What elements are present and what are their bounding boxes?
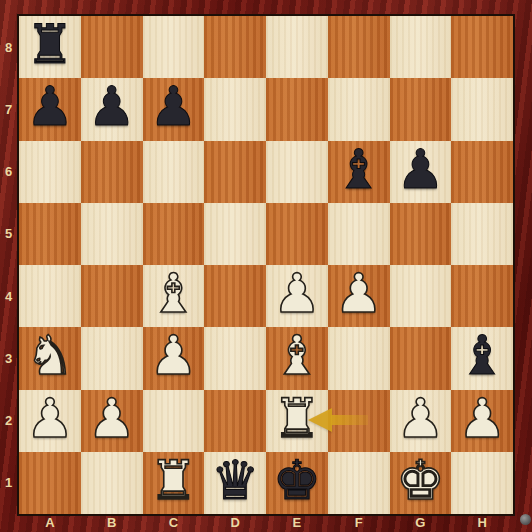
square-b4[interactable] xyxy=(81,265,143,327)
square-h8[interactable] xyxy=(451,16,513,78)
file-label: A xyxy=(19,513,81,532)
square-c6[interactable] xyxy=(143,141,205,203)
square-b8[interactable] xyxy=(81,16,143,78)
square-b1[interactable] xyxy=(81,452,143,514)
piece-white-pawn[interactable]: ♟ xyxy=(396,392,444,446)
square-a8[interactable]: ♜ xyxy=(19,16,81,78)
rank-label: 2 xyxy=(0,390,17,452)
square-d4[interactable] xyxy=(204,265,266,327)
piece-white-rook[interactable]: ♜ xyxy=(273,392,321,446)
square-g6[interactable]: ♟ xyxy=(390,141,452,203)
square-h1[interactable] xyxy=(451,452,513,514)
square-f4[interactable]: ♟ xyxy=(328,265,390,327)
square-b5[interactable] xyxy=(81,203,143,265)
rank-label: 6 xyxy=(0,141,17,203)
square-h3[interactable]: ♝ xyxy=(451,327,513,389)
rank-label: 5 xyxy=(0,203,17,265)
piece-black-bishop[interactable]: ♝ xyxy=(334,143,382,197)
square-a3[interactable]: ♞ xyxy=(19,327,81,389)
piece-white-rook[interactable]: ♜ xyxy=(149,454,197,508)
square-e4[interactable]: ♟ xyxy=(266,265,328,327)
piece-black-pawn[interactable]: ♟ xyxy=(87,80,135,134)
file-label: B xyxy=(81,513,143,532)
rank-label: 4 xyxy=(0,265,17,327)
square-a6[interactable] xyxy=(19,141,81,203)
piece-white-knight[interactable]: ♞ xyxy=(26,329,74,383)
piece-black-queen[interactable]: ♛ xyxy=(211,454,259,508)
file-label: D xyxy=(204,513,266,532)
square-c2[interactable] xyxy=(143,390,205,452)
square-f2[interactable] xyxy=(328,390,390,452)
piece-white-bishop[interactable]: ♝ xyxy=(149,267,197,321)
square-a7[interactable]: ♟ xyxy=(19,78,81,140)
piece-black-rook[interactable]: ♜ xyxy=(26,18,74,72)
square-a2[interactable]: ♟ xyxy=(19,390,81,452)
chess-app-window: 87654321 ♜♟♟♟♝♟♝♟♟♞♟♝♝♟♟♜♟♟♜♛♚♚ ABCDEFGH xyxy=(0,0,532,532)
square-a4[interactable] xyxy=(19,265,81,327)
square-b2[interactable]: ♟ xyxy=(81,390,143,452)
square-h6[interactable] xyxy=(451,141,513,203)
piece-white-pawn[interactable]: ♟ xyxy=(273,267,321,321)
square-d1[interactable]: ♛ xyxy=(204,452,266,514)
square-c4[interactable]: ♝ xyxy=(143,265,205,327)
square-a5[interactable] xyxy=(19,203,81,265)
square-c5[interactable] xyxy=(143,203,205,265)
piece-white-bishop[interactable]: ♝ xyxy=(273,329,321,383)
square-f5[interactable] xyxy=(328,203,390,265)
piece-black-pawn[interactable]: ♟ xyxy=(26,80,74,134)
square-f6[interactable]: ♝ xyxy=(328,141,390,203)
square-d7[interactable] xyxy=(204,78,266,140)
square-g2[interactable]: ♟ xyxy=(390,390,452,452)
square-c1[interactable]: ♜ xyxy=(143,452,205,514)
square-f1[interactable] xyxy=(328,452,390,514)
file-labels: ABCDEFGH xyxy=(19,513,513,532)
piece-white-pawn[interactable]: ♟ xyxy=(149,329,197,383)
square-g7[interactable] xyxy=(390,78,452,140)
rank-label: 8 xyxy=(0,16,17,78)
square-e1[interactable]: ♚ xyxy=(266,452,328,514)
square-d5[interactable] xyxy=(204,203,266,265)
piece-white-pawn[interactable]: ♟ xyxy=(334,267,382,321)
square-h4[interactable] xyxy=(451,265,513,327)
square-g8[interactable] xyxy=(390,16,452,78)
piece-white-pawn[interactable]: ♟ xyxy=(26,392,74,446)
board-frame: ♜♟♟♟♝♟♝♟♟♞♟♝♝♟♟♜♟♟♜♛♚♚ xyxy=(17,14,515,516)
square-d2[interactable] xyxy=(204,390,266,452)
square-h7[interactable] xyxy=(451,78,513,140)
square-b3[interactable] xyxy=(81,327,143,389)
square-f7[interactable] xyxy=(328,78,390,140)
square-g1[interactable]: ♚ xyxy=(390,452,452,514)
square-g3[interactable] xyxy=(390,327,452,389)
chess-board: ♜♟♟♟♝♟♝♟♟♞♟♝♝♟♟♜♟♟♜♛♚♚ xyxy=(19,16,513,514)
square-a1[interactable] xyxy=(19,452,81,514)
file-label: F xyxy=(328,513,390,532)
square-c3[interactable]: ♟ xyxy=(143,327,205,389)
square-d6[interactable] xyxy=(204,141,266,203)
piece-black-pawn[interactable]: ♟ xyxy=(149,80,197,134)
file-label: H xyxy=(451,513,513,532)
rank-label: 3 xyxy=(0,327,17,389)
square-h2[interactable]: ♟ xyxy=(451,390,513,452)
square-e5[interactable] xyxy=(266,203,328,265)
corner-dot xyxy=(520,514,531,525)
square-f8[interactable] xyxy=(328,16,390,78)
square-h5[interactable] xyxy=(451,203,513,265)
square-b6[interactable] xyxy=(81,141,143,203)
piece-black-bishop[interactable]: ♝ xyxy=(458,329,506,383)
square-g5[interactable] xyxy=(390,203,452,265)
piece-white-pawn[interactable]: ♟ xyxy=(458,392,506,446)
square-c7[interactable]: ♟ xyxy=(143,78,205,140)
square-d3[interactable] xyxy=(204,327,266,389)
square-e6[interactable] xyxy=(266,141,328,203)
file-label: G xyxy=(390,513,452,532)
square-e2[interactable]: ♜ xyxy=(266,390,328,452)
square-c8[interactable] xyxy=(143,16,205,78)
square-f3[interactable] xyxy=(328,327,390,389)
square-d8[interactable] xyxy=(204,16,266,78)
piece-black-king[interactable]: ♚ xyxy=(273,454,321,508)
rank-labels: 87654321 xyxy=(0,16,17,514)
file-label: C xyxy=(143,513,205,532)
rank-label: 1 xyxy=(0,452,17,514)
piece-white-pawn[interactable]: ♟ xyxy=(87,392,135,446)
square-g4[interactable] xyxy=(390,265,452,327)
file-label: E xyxy=(266,513,328,532)
rank-label: 7 xyxy=(0,78,17,140)
square-e7[interactable] xyxy=(266,78,328,140)
square-b7[interactable]: ♟ xyxy=(81,78,143,140)
square-e3[interactable]: ♝ xyxy=(266,327,328,389)
piece-black-pawn[interactable]: ♟ xyxy=(396,143,444,197)
piece-white-king[interactable]: ♚ xyxy=(396,454,444,508)
square-e8[interactable] xyxy=(266,16,328,78)
